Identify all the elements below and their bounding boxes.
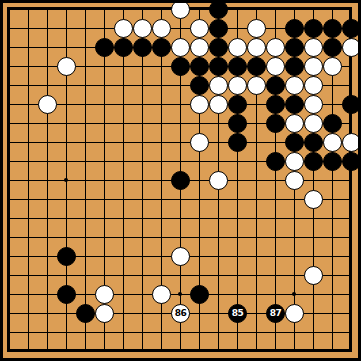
stone-black [76, 304, 95, 323]
stone-white [304, 38, 323, 57]
stone-white [190, 19, 209, 38]
stone-white [190, 38, 209, 57]
stone-move-86: 86 [171, 304, 190, 323]
stone-black [209, 19, 228, 38]
stone-black [323, 38, 342, 57]
stone-white [266, 57, 285, 76]
stone-white [304, 57, 323, 76]
stone-black [190, 76, 209, 95]
stone-white [304, 76, 323, 95]
move-number-label: 86 [175, 309, 187, 318]
stone-white [152, 285, 171, 304]
stone-black [114, 38, 133, 57]
stone-move-85: 85 [228, 304, 247, 323]
stone-black [247, 57, 266, 76]
stone-black [209, 38, 228, 57]
stone-black [323, 114, 342, 133]
stone-black [266, 152, 285, 171]
stone-white [304, 266, 323, 285]
stone-black [171, 57, 190, 76]
stone-white [285, 114, 304, 133]
stone-black [171, 171, 190, 190]
stone-black [342, 152, 361, 171]
star-point [292, 292, 296, 296]
stone-black [285, 133, 304, 152]
stone-white [247, 76, 266, 95]
stone-black [342, 95, 361, 114]
stone-white [171, 38, 190, 57]
stone-black [209, 0, 228, 19]
stone-black [266, 114, 285, 133]
stone-black [228, 114, 247, 133]
stone-black [266, 95, 285, 114]
stone-black [285, 57, 304, 76]
stone-black [304, 19, 323, 38]
stone-white [323, 133, 342, 152]
stone-white [285, 171, 304, 190]
stone-white [285, 152, 304, 171]
stone-white [95, 285, 114, 304]
stone-black [190, 57, 209, 76]
stone-white [228, 38, 247, 57]
stone-white [304, 95, 323, 114]
stone-black [285, 95, 304, 114]
stone-black [209, 57, 228, 76]
stone-white [323, 57, 342, 76]
stone-white [171, 247, 190, 266]
star-point [64, 178, 68, 182]
stone-white [190, 133, 209, 152]
stone-black [285, 19, 304, 38]
stone-white [228, 76, 247, 95]
stone-black [133, 38, 152, 57]
stone-white [57, 57, 76, 76]
stone-black [228, 95, 247, 114]
stone-white [209, 171, 228, 190]
stone-white [171, 0, 190, 19]
stone-black [285, 38, 304, 57]
stone-white [190, 95, 209, 114]
stone-black [95, 38, 114, 57]
stone-black [304, 133, 323, 152]
stone-black [228, 133, 247, 152]
stone-black [323, 19, 342, 38]
stone-move-87: 87 [266, 304, 285, 323]
stone-black [152, 38, 171, 57]
stone-white [152, 19, 171, 38]
stone-black [304, 152, 323, 171]
stone-white [266, 38, 285, 57]
stone-white [342, 133, 361, 152]
move-number-label: 85 [232, 309, 244, 318]
stone-white [114, 19, 133, 38]
stone-black [266, 76, 285, 95]
stone-white [95, 304, 114, 323]
stone-black [57, 285, 76, 304]
stone-black [190, 285, 209, 304]
move-number-label: 87 [270, 309, 282, 318]
stone-black [228, 57, 247, 76]
stone-white [285, 304, 304, 323]
stone-white [133, 19, 152, 38]
stone-white [342, 38, 361, 57]
stone-white [304, 190, 323, 209]
star-point [178, 292, 182, 296]
stone-white [247, 38, 266, 57]
stone-black [342, 19, 361, 38]
stone-white [209, 76, 228, 95]
stone-white [304, 114, 323, 133]
stone-white [38, 95, 57, 114]
go-board[interactable]: 868587 [0, 0, 361, 361]
stone-white [209, 95, 228, 114]
stone-black [323, 152, 342, 171]
stone-white [247, 19, 266, 38]
stone-white [285, 76, 304, 95]
stone-black [57, 247, 76, 266]
